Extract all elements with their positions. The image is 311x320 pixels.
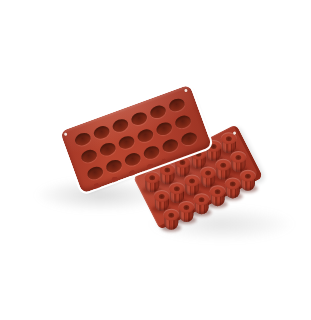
bump-center-dimple	[174, 186, 180, 191]
fluted-cavity	[161, 137, 180, 154]
bump-center-dimple	[205, 170, 211, 175]
bump-center-dimple	[230, 181, 236, 186]
bump-center-dimple	[236, 154, 242, 159]
bump-cell	[236, 167, 261, 194]
bump-center-dimple	[245, 173, 251, 178]
bump-center-dimple	[180, 159, 186, 164]
fluted-cavity	[104, 158, 123, 175]
fluted-cavity	[123, 151, 142, 168]
product-photo	[0, 0, 311, 320]
bump-center-dimple	[168, 212, 174, 217]
bump-center-dimple	[183, 205, 189, 210]
bump-center-dimple	[149, 175, 155, 180]
fluted-cavity	[180, 130, 199, 147]
bump-center-dimple	[199, 197, 205, 202]
fluted-bump	[240, 170, 256, 191]
bump-center-dimple	[214, 189, 220, 194]
fluted-bump	[221, 132, 237, 153]
bump-center-dimple	[220, 162, 226, 167]
bump-center-dimple	[158, 194, 164, 199]
fluted-bump	[231, 151, 247, 172]
fluted-cavity	[142, 144, 161, 161]
bump-center-dimple	[189, 178, 195, 183]
bump-center-dimple	[226, 136, 232, 141]
fluted-cavity	[86, 165, 105, 182]
